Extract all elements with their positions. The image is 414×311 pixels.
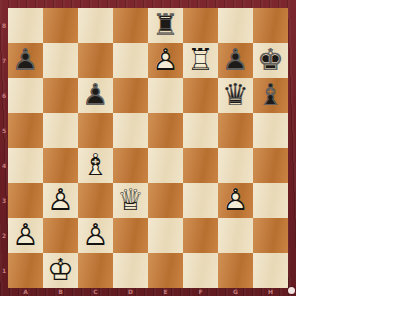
file-label-h: H (253, 287, 288, 296)
square-b3[interactable]: ♟♙ (43, 183, 78, 218)
square-c4[interactable]: ♝♗ (78, 148, 113, 183)
piece-glyph-fill: ♚ (253, 42, 288, 77)
piece-glyph-fill: ♛ (113, 182, 148, 217)
file-label-c: C (78, 287, 113, 296)
square-g3[interactable]: ♟♙ (218, 183, 253, 218)
square-a3[interactable] (8, 183, 43, 218)
square-f6[interactable] (183, 78, 218, 113)
square-b6[interactable] (43, 78, 78, 113)
piece-glyph-fill: ♟ (148, 42, 183, 77)
square-e3[interactable] (148, 183, 183, 218)
square-d4[interactable] (113, 148, 148, 183)
square-b1[interactable]: ♚♔ (43, 253, 78, 288)
piece-black-pawn[interactable]: ♟♙ (78, 78, 113, 113)
square-d8[interactable] (113, 8, 148, 43)
square-b8[interactable] (43, 8, 78, 43)
piece-glyph-outline: ♙ (43, 182, 78, 217)
piece-black-rook[interactable]: ♜♖ (148, 8, 183, 43)
file-label-b: B (43, 287, 78, 296)
square-e1[interactable] (148, 253, 183, 288)
square-h8[interactable] (253, 8, 288, 43)
square-e5[interactable] (148, 113, 183, 148)
square-f7[interactable]: ♜♖ (183, 43, 218, 78)
square-b2[interactable] (43, 218, 78, 253)
piece-glyph-outline: ♙ (218, 42, 253, 77)
square-g4[interactable] (218, 148, 253, 183)
square-e2[interactable] (148, 218, 183, 253)
rank-label-3: 3 (0, 183, 8, 218)
square-f4[interactable] (183, 148, 218, 183)
square-c5[interactable] (78, 113, 113, 148)
square-b7[interactable] (43, 43, 78, 78)
piece-glyph-outline: ♙ (218, 182, 253, 217)
rank-labels: 87654321 (0, 8, 8, 288)
piece-glyph-outline: ♕ (218, 77, 253, 112)
piece-black-bishop[interactable]: ♝♗ (253, 78, 288, 113)
rank-label-2: 2 (0, 218, 8, 253)
square-h2[interactable] (253, 218, 288, 253)
file-label-d: D (113, 287, 148, 296)
piece-glyph-fill: ♝ (253, 77, 288, 112)
square-c3[interactable] (78, 183, 113, 218)
piece-glyph-fill: ♟ (8, 42, 43, 77)
square-f8[interactable] (183, 8, 218, 43)
square-a7[interactable]: ♟♙ (8, 43, 43, 78)
square-c6[interactable]: ♟♙ (78, 78, 113, 113)
white-to-move-indicator (288, 287, 295, 294)
square-a5[interactable] (8, 113, 43, 148)
square-a4[interactable] (8, 148, 43, 183)
piece-white-pawn[interactable]: ♟♙ (43, 183, 78, 218)
piece-glyph-fill: ♟ (43, 182, 78, 217)
piece-glyph-outline: ♗ (253, 77, 288, 112)
piece-glyph-outline: ♗ (78, 147, 113, 182)
square-h3[interactable] (253, 183, 288, 218)
piece-glyph-outline: ♖ (183, 42, 218, 77)
square-g8[interactable] (218, 8, 253, 43)
piece-glyph-fill: ♛ (218, 77, 253, 112)
piece-glyph-outline: ♔ (253, 42, 288, 77)
piece-glyph-outline: ♖ (148, 7, 183, 42)
piece-glyph-outline: ♙ (78, 77, 113, 112)
piece-glyph-outline: ♙ (78, 217, 113, 252)
piece-white-bishop[interactable]: ♝♗ (78, 148, 113, 183)
rank-label-1: 1 (0, 253, 8, 288)
piece-white-pawn[interactable]: ♟♙ (148, 43, 183, 78)
piece-white-rook[interactable]: ♜♖ (183, 43, 218, 78)
square-c8[interactable] (78, 8, 113, 43)
file-label-a: A (8, 287, 43, 296)
square-g2[interactable] (218, 218, 253, 253)
square-g7[interactable]: ♟♙ (218, 43, 253, 78)
square-f3[interactable] (183, 183, 218, 218)
square-a6[interactable] (8, 78, 43, 113)
file-label-f: F (183, 287, 218, 296)
square-f5[interactable] (183, 113, 218, 148)
square-g5[interactable] (218, 113, 253, 148)
square-d3[interactable]: ♛♕ (113, 183, 148, 218)
square-h7[interactable]: ♚♔ (253, 43, 288, 78)
piece-glyph-fill: ♝ (78, 147, 113, 182)
piece-glyph-fill: ♟ (78, 77, 113, 112)
piece-white-king[interactable]: ♚♔ (43, 253, 78, 288)
chess-board: ♜♖♟♙♟♙♜♖♟♙♚♔♟♙♛♕♝♗♝♗♟♙♛♕♟♙♟♙♟♙♚♔ (8, 8, 288, 288)
square-e6[interactable] (148, 78, 183, 113)
piece-glyph-fill: ♜ (183, 42, 218, 77)
square-g1[interactable] (218, 253, 253, 288)
piece-glyph-outline: ♕ (113, 182, 148, 217)
square-f1[interactable] (183, 253, 218, 288)
rank-label-7: 7 (0, 43, 8, 78)
piece-glyph-fill: ♟ (218, 42, 253, 77)
piece-glyph-fill: ♜ (148, 7, 183, 42)
square-f2[interactable] (183, 218, 218, 253)
rank-label-8: 8 (0, 8, 8, 43)
rank-label-5: 5 (0, 113, 8, 148)
square-b5[interactable] (43, 113, 78, 148)
square-h6[interactable]: ♝♗ (253, 78, 288, 113)
square-h4[interactable] (253, 148, 288, 183)
piece-glyph-outline: ♙ (8, 42, 43, 77)
square-b4[interactable] (43, 148, 78, 183)
square-e8[interactable]: ♜♖ (148, 8, 183, 43)
piece-glyph-outline: ♙ (148, 42, 183, 77)
piece-black-queen[interactable]: ♛♕ (218, 78, 253, 113)
piece-glyph-fill: ♟ (8, 217, 43, 252)
file-labels: ABCDEFGH (8, 287, 288, 296)
piece-glyph-fill: ♟ (78, 217, 113, 252)
square-e7[interactable]: ♟♙ (148, 43, 183, 78)
board-frame: 87654321 ♜♖♟♙♟♙♜♖♟♙♚♔♟♙♛♕♝♗♝♗♟♙♛♕♟♙♟♙♟♙♚… (0, 0, 296, 296)
piece-glyph-fill: ♟ (218, 182, 253, 217)
square-a8[interactable] (8, 8, 43, 43)
square-h5[interactable] (253, 113, 288, 148)
piece-black-pawn[interactable]: ♟♙ (8, 43, 43, 78)
piece-glyph-outline: ♔ (43, 252, 78, 287)
square-h1[interactable] (253, 253, 288, 288)
chess-diagram-page: 87654321 ♜♖♟♙♟♙♜♖♟♙♚♔♟♙♛♕♝♗♝♗♟♙♛♕♟♙♟♙♟♙♚… (0, 0, 414, 311)
piece-glyph-fill: ♚ (43, 252, 78, 287)
file-label-g: G (218, 287, 253, 296)
piece-black-king[interactable]: ♚♔ (253, 43, 288, 78)
piece-white-queen[interactable]: ♛♕ (113, 183, 148, 218)
piece-glyph-outline: ♙ (8, 217, 43, 252)
square-d5[interactable] (113, 113, 148, 148)
piece-black-pawn[interactable]: ♟♙ (218, 43, 253, 78)
square-c2[interactable]: ♟♙ (78, 218, 113, 253)
square-d2[interactable] (113, 218, 148, 253)
square-d6[interactable] (113, 78, 148, 113)
square-c7[interactable] (78, 43, 113, 78)
square-a2[interactable]: ♟♙ (8, 218, 43, 253)
square-e4[interactable] (148, 148, 183, 183)
square-a1[interactable] (8, 253, 43, 288)
piece-white-pawn[interactable]: ♟♙ (8, 218, 43, 253)
piece-white-pawn[interactable]: ♟♙ (218, 183, 253, 218)
square-c1[interactable] (78, 253, 113, 288)
square-d1[interactable] (113, 253, 148, 288)
piece-white-pawn[interactable]: ♟♙ (78, 218, 113, 253)
file-label-e: E (148, 287, 183, 296)
rank-label-6: 6 (0, 78, 8, 113)
square-g6[interactable]: ♛♕ (218, 78, 253, 113)
rank-label-4: 4 (0, 148, 8, 183)
square-d7[interactable] (113, 43, 148, 78)
